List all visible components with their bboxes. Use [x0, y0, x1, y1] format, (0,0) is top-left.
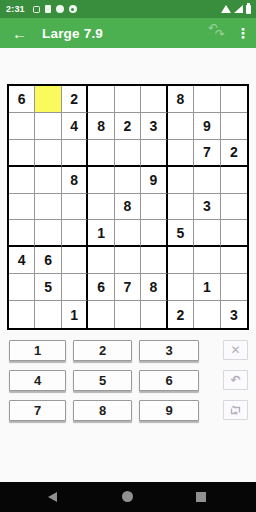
- cell-r2c5[interactable]: 2: [115, 113, 141, 140]
- cell-r7c8[interactable]: [194, 247, 220, 274]
- cell-r7c6[interactable]: [141, 247, 167, 274]
- cell-r1c2[interactable]: [35, 86, 61, 113]
- cell-r3c4[interactable]: [88, 140, 114, 167]
- cell-r3c2[interactable]: [35, 140, 61, 167]
- cell-r6c1[interactable]: [9, 220, 35, 247]
- page-title: Large 7.9: [42, 26, 103, 41]
- cell-r3c9[interactable]: 2: [221, 140, 247, 167]
- cell-r7c5[interactable]: [115, 247, 141, 274]
- notification-icons: [33, 5, 77, 13]
- cell-r1c5[interactable]: [115, 86, 141, 113]
- cell-r1c3[interactable]: 2: [62, 86, 88, 113]
- status-time: 2:31: [6, 4, 25, 14]
- cell-r7c2[interactable]: 6: [35, 247, 61, 274]
- sudoku-board: 62848239728983154656781123: [7, 84, 249, 330]
- numpad: 123456789: [9, 340, 199, 421]
- cell-r8c8[interactable]: 1: [194, 274, 220, 301]
- digit-button-5[interactable]: 5: [73, 370, 132, 391]
- cell-r6c5[interactable]: [115, 220, 141, 247]
- overflow-menu-icon[interactable]: ⋮: [236, 25, 248, 41]
- cell-r9c4[interactable]: [88, 301, 114, 328]
- android-nav-bar: [0, 482, 256, 512]
- cell-r4c1[interactable]: [9, 167, 35, 194]
- nav-back-icon[interactable]: [48, 492, 57, 502]
- cell-r2c8[interactable]: 9: [194, 113, 220, 140]
- repeat-button[interactable]: [223, 400, 248, 420]
- digit-button-7[interactable]: 7: [9, 400, 66, 421]
- cell-r5c9[interactable]: [221, 194, 247, 221]
- action-buttons: ✕↶: [223, 340, 248, 430]
- cell-r3c5[interactable]: [115, 140, 141, 167]
- cell-r7c4[interactable]: [88, 247, 114, 274]
- cell-r3c1[interactable]: [9, 140, 35, 167]
- cell-r9c7[interactable]: 2: [168, 301, 194, 328]
- cell-r3c7[interactable]: [168, 140, 194, 167]
- notification-app-icon: [33, 6, 40, 13]
- cell-r5c4[interactable]: [88, 194, 114, 221]
- digit-button-1[interactable]: 1: [9, 340, 66, 361]
- cell-r2c6[interactable]: 3: [141, 113, 167, 140]
- cell-r9c9[interactable]: 3: [221, 301, 247, 328]
- cell-r9c2[interactable]: [35, 301, 61, 328]
- cell-r5c3[interactable]: [62, 194, 88, 221]
- cell-r3c3[interactable]: [62, 140, 88, 167]
- cell-r6c4[interactable]: 1: [88, 220, 114, 247]
- digit-button-6[interactable]: 6: [139, 370, 199, 391]
- app-bar-actions: ↶ ↷ ⋮: [208, 18, 248, 48]
- notification-record-icon: [69, 5, 77, 13]
- cell-r6c2[interactable]: [35, 220, 61, 247]
- digit-button-4[interactable]: 4: [9, 370, 66, 391]
- cell-r6c7[interactable]: 5: [168, 220, 194, 247]
- cell-r5c2[interactable]: [35, 194, 61, 221]
- digit-button-2[interactable]: 2: [73, 340, 132, 361]
- cell-r2c1[interactable]: [9, 113, 35, 140]
- cell-r4c9[interactable]: [221, 167, 247, 194]
- status-bar: 2:31: [0, 0, 256, 18]
- cell-r5c8[interactable]: 3: [194, 194, 220, 221]
- cell-r9c8[interactable]: [194, 301, 220, 328]
- cell-r2c3[interactable]: 4: [62, 113, 88, 140]
- cell-r5c6[interactable]: [141, 194, 167, 221]
- cell-r7c3[interactable]: [62, 247, 88, 274]
- cell-r4c6[interactable]: 9: [141, 167, 167, 194]
- clear-button[interactable]: ✕: [223, 340, 248, 360]
- repeat-icon: [229, 405, 242, 416]
- cell-r4c5[interactable]: [115, 167, 141, 194]
- digit-button-8[interactable]: 8: [73, 400, 132, 421]
- cell-r2c7[interactable]: [168, 113, 194, 140]
- cell-r8c1[interactable]: [9, 274, 35, 301]
- cell-r4c4[interactable]: [88, 167, 114, 194]
- cell-r8c9[interactable]: [221, 274, 247, 301]
- cell-r1c7[interactable]: 8: [168, 86, 194, 113]
- cell-r8c2[interactable]: 5: [35, 274, 61, 301]
- cell-r4c7[interactable]: [168, 167, 194, 194]
- cell-r8c7[interactable]: [168, 274, 194, 301]
- cell-r6c6[interactable]: [141, 220, 167, 247]
- cell-r8c4[interactable]: 6: [88, 274, 114, 301]
- cell-r7c9[interactable]: [221, 247, 247, 274]
- cell-r6c3[interactable]: [62, 220, 88, 247]
- redo-glyph: ↷: [215, 27, 225, 41]
- clear-icon: ✕: [230, 343, 240, 357]
- cell-r8c6[interactable]: 8: [141, 274, 167, 301]
- cell-r1c4[interactable]: [88, 86, 114, 113]
- cell-r9c5[interactable]: [115, 301, 141, 328]
- cell-r5c7[interactable]: [168, 194, 194, 221]
- cell-r1c6[interactable]: [141, 86, 167, 113]
- undo-icon: ↶: [230, 373, 240, 387]
- cell-r2c4[interactable]: 8: [88, 113, 114, 140]
- undo-button[interactable]: ↶: [223, 370, 248, 390]
- cell-r3c6[interactable]: [141, 140, 167, 167]
- cell-r9c6[interactable]: [141, 301, 167, 328]
- battery-icon: [246, 5, 251, 14]
- cell-r6c9[interactable]: [221, 220, 247, 247]
- notification-clipboard-icon: [45, 5, 51, 13]
- cell-r1c9[interactable]: [221, 86, 247, 113]
- undo-redo-icon[interactable]: ↶ ↷: [208, 24, 228, 42]
- cellular-signal-icon: [234, 5, 243, 13]
- cell-r5c5[interactable]: 8: [115, 194, 141, 221]
- wifi-icon: [221, 5, 231, 13]
- digit-button-3[interactable]: 3: [139, 340, 199, 361]
- nav-home-icon[interactable]: [122, 491, 133, 502]
- notification-circle-icon: [56, 5, 64, 13]
- cell-r7c7[interactable]: [168, 247, 194, 274]
- cell-r2c9[interactable]: [221, 113, 247, 140]
- cell-r4c2[interactable]: [35, 167, 61, 194]
- cell-r2c2[interactable]: [35, 113, 61, 140]
- app-bar: ← Large 7.9 ↶ ↷ ⋮: [0, 18, 256, 48]
- back-arrow-icon[interactable]: ←: [12, 25, 30, 42]
- cell-r1c1[interactable]: 6: [9, 86, 35, 113]
- cell-r3c8[interactable]: 7: [194, 140, 220, 167]
- cell-r6c8[interactable]: [194, 220, 220, 247]
- cell-r7c1[interactable]: 4: [9, 247, 35, 274]
- cell-r9c3[interactable]: 1: [62, 301, 88, 328]
- status-right-icons: [221, 0, 251, 18]
- nav-recents-icon[interactable]: [196, 492, 206, 502]
- cell-r5c1[interactable]: [9, 194, 35, 221]
- digit-button-9[interactable]: 9: [139, 400, 199, 421]
- cell-r8c3[interactable]: [62, 274, 88, 301]
- cell-r1c8[interactable]: [194, 86, 220, 113]
- screen: 2:31 ← Large 7.9 ↶ ↷ ⋮ 62848239728983154…: [0, 0, 256, 512]
- cell-r4c3[interactable]: 8: [62, 167, 88, 194]
- cell-r4c8[interactable]: [194, 167, 220, 194]
- cell-r9c1[interactable]: [9, 301, 35, 328]
- cell-r8c5[interactable]: 7: [115, 274, 141, 301]
